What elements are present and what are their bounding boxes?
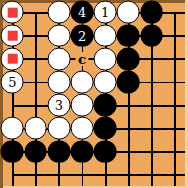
white-stone (47, 117, 70, 140)
intersection (140, 140, 163, 163)
intersection (1, 140, 24, 163)
intersection (1, 163, 24, 186)
cut-edge-right (185, 0, 188, 188)
move-number: 4 (71, 1, 94, 24)
white-stone (94, 24, 117, 47)
intersection (117, 70, 140, 93)
white-stone: 1 (94, 1, 117, 24)
intersection (47, 117, 70, 140)
intersection (117, 117, 140, 140)
cut-edge-bottom (3, 186, 188, 188)
intersection (140, 117, 163, 140)
white-stone (24, 117, 47, 140)
intersection (94, 140, 117, 163)
intersection (163, 94, 186, 117)
square-marker (8, 31, 18, 41)
intersection (24, 47, 47, 70)
intersection (1, 24, 24, 47)
intersection (140, 70, 163, 93)
intersection (47, 163, 70, 186)
intersection (94, 47, 117, 70)
black-stone (94, 117, 117, 140)
intersection (163, 70, 186, 93)
white-stone: 3 (47, 94, 70, 117)
white-stone (117, 1, 140, 24)
intersection (117, 1, 140, 24)
move-number: 5 (2, 72, 23, 93)
intersection (94, 70, 117, 93)
white-stone (1, 47, 24, 70)
intersection (24, 140, 47, 163)
intersection (140, 94, 163, 117)
board-grid: 412c53 (1, 1, 187, 187)
intersection (70, 70, 93, 93)
intersection (70, 163, 93, 186)
intersection (24, 163, 47, 186)
black-stone (94, 94, 117, 117)
black-stone (71, 140, 94, 163)
intersection (163, 24, 186, 47)
intersection (24, 70, 47, 93)
intersection (1, 1, 24, 24)
intersection: 3 (47, 94, 70, 117)
intersection: 2 (70, 24, 93, 47)
white-stone (1, 117, 24, 140)
point-label: c (76, 52, 89, 66)
black-stone: 2 (71, 24, 94, 47)
intersection (163, 1, 186, 24)
black-stone: 4 (71, 1, 94, 24)
intersection: 1 (94, 1, 117, 24)
intersection (140, 163, 163, 186)
white-stone: 5 (1, 71, 24, 94)
move-number: 2 (71, 24, 94, 47)
white-stone (47, 1, 70, 24)
intersection (24, 24, 47, 47)
square-marker (8, 8, 18, 18)
white-stone (47, 24, 70, 47)
go-board: 412c53 (0, 0, 188, 188)
white-stone (94, 71, 117, 94)
intersection: 4 (70, 1, 93, 24)
black-stone (117, 71, 140, 94)
black-stone (117, 47, 140, 70)
intersection (117, 24, 140, 47)
intersection (163, 117, 186, 140)
intersection (47, 47, 70, 70)
intersection (24, 1, 47, 24)
black-stone (140, 1, 163, 24)
black-stone (94, 140, 117, 163)
intersection (140, 24, 163, 47)
move-number: 3 (48, 95, 69, 116)
intersection: 5 (1, 70, 24, 93)
intersection (47, 70, 70, 93)
intersection (47, 1, 70, 24)
intersection (94, 117, 117, 140)
intersection (117, 163, 140, 186)
intersection (1, 47, 24, 70)
intersection (24, 94, 47, 117)
intersection (1, 117, 24, 140)
white-stone (1, 1, 24, 24)
intersection (140, 1, 163, 24)
intersection (47, 140, 70, 163)
white-stone (47, 71, 70, 94)
black-stone (24, 140, 47, 163)
intersection (163, 47, 186, 70)
white-stone (47, 47, 70, 70)
intersection (24, 117, 47, 140)
intersection (117, 94, 140, 117)
intersection (94, 24, 117, 47)
intersection (163, 163, 186, 186)
intersection (163, 140, 186, 163)
intersection (140, 47, 163, 70)
white-stone (94, 47, 117, 70)
intersection (47, 24, 70, 47)
intersection: c (70, 47, 93, 70)
intersection (1, 94, 24, 117)
intersection (117, 140, 140, 163)
intersection (70, 140, 93, 163)
square-marker (8, 54, 18, 64)
white-stone (1, 24, 24, 47)
black-stone (47, 140, 70, 163)
intersection (70, 117, 93, 140)
intersection (94, 163, 117, 186)
black-stone (140, 24, 163, 47)
intersection (117, 47, 140, 70)
black-stone (117, 24, 140, 47)
white-stone (71, 71, 94, 94)
intersection (94, 94, 117, 117)
black-stone (1, 140, 24, 163)
white-stone (71, 94, 94, 117)
intersection (70, 94, 93, 117)
white-stone (71, 117, 94, 140)
move-number: 1 (95, 2, 116, 23)
